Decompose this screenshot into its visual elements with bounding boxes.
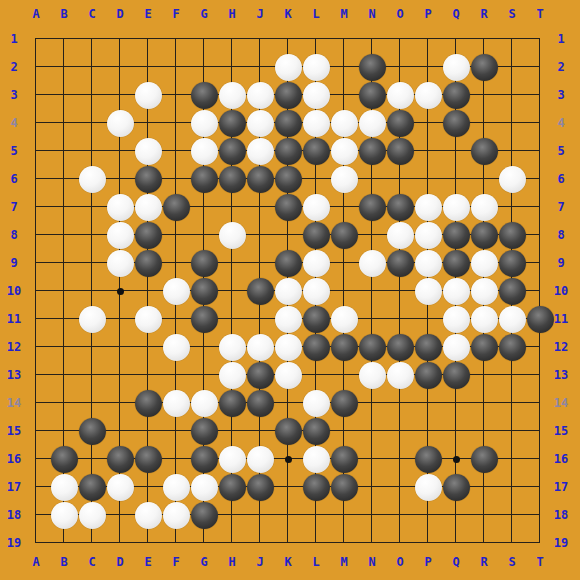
board-cell-A8[interactable]: [22, 221, 50, 249]
board-cell-S9[interactable]: [498, 249, 526, 277]
board-cell-H11[interactable]: [218, 305, 246, 333]
board-cell-A14[interactable]: [22, 389, 50, 417]
board-cell-C14[interactable]: [78, 389, 106, 417]
board-cell-F3[interactable]: [162, 81, 190, 109]
board-cell-T13[interactable]: [526, 361, 554, 389]
board-cell-R2[interactable]: [470, 53, 498, 81]
board-cell-B2[interactable]: [50, 53, 78, 81]
board-cell-E2[interactable]: [134, 53, 162, 81]
board-cell-J6[interactable]: [246, 165, 274, 193]
board-cell-J12[interactable]: [246, 333, 274, 361]
board-cell-L2[interactable]: [302, 53, 330, 81]
board-cell-K13[interactable]: [274, 361, 302, 389]
board-cell-A6[interactable]: [22, 165, 50, 193]
board-cell-F6[interactable]: [162, 165, 190, 193]
board-cell-A9[interactable]: [22, 249, 50, 277]
board-cell-D17[interactable]: [106, 473, 134, 501]
board-cell-A4[interactable]: [22, 109, 50, 137]
board-cell-T15[interactable]: [526, 417, 554, 445]
board-cell-T1[interactable]: [526, 25, 554, 53]
board-cell-T11[interactable]: [526, 305, 554, 333]
board-cell-J11[interactable]: [246, 305, 274, 333]
board-cell-D6[interactable]: [106, 165, 134, 193]
board-cell-K7[interactable]: [274, 193, 302, 221]
board-cell-N5[interactable]: [358, 137, 386, 165]
board-cell-G10[interactable]: [190, 277, 218, 305]
board-cell-K12[interactable]: [274, 333, 302, 361]
board-cell-N18[interactable]: [358, 501, 386, 529]
board-cell-D14[interactable]: [106, 389, 134, 417]
board-cell-O7[interactable]: [386, 193, 414, 221]
board-cell-P6[interactable]: [414, 165, 442, 193]
board-cell-G16[interactable]: [190, 445, 218, 473]
board-cell-O2[interactable]: [386, 53, 414, 81]
board-cell-G9[interactable]: [190, 249, 218, 277]
board-cell-E18[interactable]: [134, 501, 162, 529]
board-cell-A7[interactable]: [22, 193, 50, 221]
board-cell-T3[interactable]: [526, 81, 554, 109]
board-cell-K9[interactable]: [274, 249, 302, 277]
board-cell-E12[interactable]: [134, 333, 162, 361]
board-cell-J2[interactable]: [246, 53, 274, 81]
board-cell-R15[interactable]: [470, 417, 498, 445]
board-cell-T12[interactable]: [526, 333, 554, 361]
board-cell-J17[interactable]: [246, 473, 274, 501]
board-cell-L16[interactable]: [302, 445, 330, 473]
board-cell-O12[interactable]: [386, 333, 414, 361]
board-cell-P12[interactable]: [414, 333, 442, 361]
board-cell-A11[interactable]: [22, 305, 50, 333]
board-cell-C15[interactable]: [78, 417, 106, 445]
board-cell-D8[interactable]: [106, 221, 134, 249]
board-cell-C13[interactable]: [78, 361, 106, 389]
board-cell-E3[interactable]: [134, 81, 162, 109]
board-cell-T8[interactable]: [526, 221, 554, 249]
board-cell-Q17[interactable]: [442, 473, 470, 501]
board-cell-G3[interactable]: [190, 81, 218, 109]
board-cell-L3[interactable]: [302, 81, 330, 109]
board-cell-O3[interactable]: [386, 81, 414, 109]
board-cell-Q10[interactable]: [442, 277, 470, 305]
board-cell-C7[interactable]: [78, 193, 106, 221]
board-cell-B1[interactable]: [50, 25, 78, 53]
board-cell-L17[interactable]: [302, 473, 330, 501]
board-cell-L6[interactable]: [302, 165, 330, 193]
board-cell-A2[interactable]: [22, 53, 50, 81]
board-cell-G15[interactable]: [190, 417, 218, 445]
board-cell-R4[interactable]: [470, 109, 498, 137]
board-cell-K10[interactable]: [274, 277, 302, 305]
board-cell-B18[interactable]: [50, 501, 78, 529]
board-cell-G6[interactable]: [190, 165, 218, 193]
board-cell-A1[interactable]: [22, 25, 50, 53]
board-cell-T9[interactable]: [526, 249, 554, 277]
board-cell-L18[interactable]: [302, 501, 330, 529]
board-cell-P15[interactable]: [414, 417, 442, 445]
board-cell-E17[interactable]: [134, 473, 162, 501]
board-cell-K18[interactable]: [274, 501, 302, 529]
board-cell-L11[interactable]: [302, 305, 330, 333]
board-cell-S13[interactable]: [498, 361, 526, 389]
board-cell-B12[interactable]: [50, 333, 78, 361]
board-cell-T18[interactable]: [526, 501, 554, 529]
board-cell-H1[interactable]: [218, 25, 246, 53]
board-cell-H10[interactable]: [218, 277, 246, 305]
board-cell-K11[interactable]: [274, 305, 302, 333]
board-cell-D18[interactable]: [106, 501, 134, 529]
board-cell-H16[interactable]: [218, 445, 246, 473]
board-cell-P10[interactable]: [414, 277, 442, 305]
board-cell-T5[interactable]: [526, 137, 554, 165]
board-cell-T7[interactable]: [526, 193, 554, 221]
board-cell-P5[interactable]: [414, 137, 442, 165]
board-cell-B7[interactable]: [50, 193, 78, 221]
board-cell-F15[interactable]: [162, 417, 190, 445]
board-cell-A13[interactable]: [22, 361, 50, 389]
board-cell-N16[interactable]: [358, 445, 386, 473]
board-cell-F18[interactable]: [162, 501, 190, 529]
board-cell-B9[interactable]: [50, 249, 78, 277]
board-cell-N6[interactable]: [358, 165, 386, 193]
board-cell-F1[interactable]: [162, 25, 190, 53]
board-cell-Q5[interactable]: [442, 137, 470, 165]
board-cell-E13[interactable]: [134, 361, 162, 389]
board-cell-M5[interactable]: [330, 137, 358, 165]
board-cell-M16[interactable]: [330, 445, 358, 473]
board-cell-P8[interactable]: [414, 221, 442, 249]
board-cell-B3[interactable]: [50, 81, 78, 109]
board-cell-E10[interactable]: [134, 277, 162, 305]
board-cell-S5[interactable]: [498, 137, 526, 165]
board-cell-H4[interactable]: [218, 109, 246, 137]
board-cell-H18[interactable]: [218, 501, 246, 529]
board-cell-S7[interactable]: [498, 193, 526, 221]
board-cell-Q13[interactable]: [442, 361, 470, 389]
board-cell-P9[interactable]: [414, 249, 442, 277]
board-cell-C11[interactable]: [78, 305, 106, 333]
board-cell-R13[interactable]: [470, 361, 498, 389]
board-cell-Q7[interactable]: [442, 193, 470, 221]
board-cell-P14[interactable]: [414, 389, 442, 417]
board-cell-M9[interactable]: [330, 249, 358, 277]
board-cell-J16[interactable]: [246, 445, 274, 473]
board-cell-E1[interactable]: [134, 25, 162, 53]
board-cell-B16[interactable]: [50, 445, 78, 473]
board-cell-G12[interactable]: [190, 333, 218, 361]
board-cell-D1[interactable]: [106, 25, 134, 53]
board-cell-J4[interactable]: [246, 109, 274, 137]
board-cell-F9[interactable]: [162, 249, 190, 277]
board-cell-G18[interactable]: [190, 501, 218, 529]
board-cell-H5[interactable]: [218, 137, 246, 165]
board-cell-R8[interactable]: [470, 221, 498, 249]
board-cell-S1[interactable]: [498, 25, 526, 53]
board-cell-R7[interactable]: [470, 193, 498, 221]
board-cell-C4[interactable]: [78, 109, 106, 137]
board-cell-N17[interactable]: [358, 473, 386, 501]
board-cell-F8[interactable]: [162, 221, 190, 249]
board-cell-E14[interactable]: [134, 389, 162, 417]
board-cell-G2[interactable]: [190, 53, 218, 81]
board-cell-O1[interactable]: [386, 25, 414, 53]
board-cell-K5[interactable]: [274, 137, 302, 165]
board-cell-R12[interactable]: [470, 333, 498, 361]
board-cell-H14[interactable]: [218, 389, 246, 417]
board-cell-N15[interactable]: [358, 417, 386, 445]
board-cell-K17[interactable]: [274, 473, 302, 501]
board-cell-J1[interactable]: [246, 25, 274, 53]
board-cell-F17[interactable]: [162, 473, 190, 501]
board-cell-R5[interactable]: [470, 137, 498, 165]
board-cell-A12[interactable]: [22, 333, 50, 361]
board-cell-D10[interactable]: [106, 277, 134, 305]
board-cell-T14[interactable]: [526, 389, 554, 417]
board-cell-D9[interactable]: [106, 249, 134, 277]
board-cell-P1[interactable]: [414, 25, 442, 53]
board-cell-C5[interactable]: [78, 137, 106, 165]
board-cell-D3[interactable]: [106, 81, 134, 109]
board-cell-L14[interactable]: [302, 389, 330, 417]
board-cell-K15[interactable]: [274, 417, 302, 445]
board-cell-R1[interactable]: [470, 25, 498, 53]
board-cell-O6[interactable]: [386, 165, 414, 193]
board-cell-J7[interactable]: [246, 193, 274, 221]
board-cell-F14[interactable]: [162, 389, 190, 417]
board-cell-F5[interactable]: [162, 137, 190, 165]
board-cell-H8[interactable]: [218, 221, 246, 249]
board-cell-F13[interactable]: [162, 361, 190, 389]
board-cell-F16[interactable]: [162, 445, 190, 473]
board-cell-R9[interactable]: [470, 249, 498, 277]
board-cell-S8[interactable]: [498, 221, 526, 249]
board-cell-M15[interactable]: [330, 417, 358, 445]
board-cell-Q4[interactable]: [442, 109, 470, 137]
board-cell-Q15[interactable]: [442, 417, 470, 445]
board-cell-P16[interactable]: [414, 445, 442, 473]
board-cell-D12[interactable]: [106, 333, 134, 361]
board-cell-K2[interactable]: [274, 53, 302, 81]
board-cell-C1[interactable]: [78, 25, 106, 53]
board-cell-H15[interactable]: [218, 417, 246, 445]
board-cell-S4[interactable]: [498, 109, 526, 137]
board-cell-H6[interactable]: [218, 165, 246, 193]
board-cell-Q14[interactable]: [442, 389, 470, 417]
board-cell-E15[interactable]: [134, 417, 162, 445]
board-cell-T17[interactable]: [526, 473, 554, 501]
board-cell-L8[interactable]: [302, 221, 330, 249]
board-cell-G11[interactable]: [190, 305, 218, 333]
board-cell-M4[interactable]: [330, 109, 358, 137]
board-cell-L4[interactable]: [302, 109, 330, 137]
board-cell-N4[interactable]: [358, 109, 386, 137]
board-cell-D11[interactable]: [106, 305, 134, 333]
board-cell-F4[interactable]: [162, 109, 190, 137]
board-cell-Q1[interactable]: [442, 25, 470, 53]
board-cell-D15[interactable]: [106, 417, 134, 445]
board-cell-R11[interactable]: [470, 305, 498, 333]
board-cell-M18[interactable]: [330, 501, 358, 529]
board-cell-G7[interactable]: [190, 193, 218, 221]
board-cell-N14[interactable]: [358, 389, 386, 417]
board-cell-A10[interactable]: [22, 277, 50, 305]
board-cell-R18[interactable]: [470, 501, 498, 529]
board-cell-M1[interactable]: [330, 25, 358, 53]
board-cell-F2[interactable]: [162, 53, 190, 81]
board-cell-G5[interactable]: [190, 137, 218, 165]
board-cell-J14[interactable]: [246, 389, 274, 417]
board-cell-N13[interactable]: [358, 361, 386, 389]
board-cell-D7[interactable]: [106, 193, 134, 221]
board-cell-S18[interactable]: [498, 501, 526, 529]
board-cell-D13[interactable]: [106, 361, 134, 389]
board-cell-G8[interactable]: [190, 221, 218, 249]
board-cell-N1[interactable]: [358, 25, 386, 53]
board-cell-O10[interactable]: [386, 277, 414, 305]
board-cell-M14[interactable]: [330, 389, 358, 417]
board-cell-G17[interactable]: [190, 473, 218, 501]
board-cell-O5[interactable]: [386, 137, 414, 165]
board-cell-M6[interactable]: [330, 165, 358, 193]
board-cell-B11[interactable]: [50, 305, 78, 333]
board-cell-A5[interactable]: [22, 137, 50, 165]
board-cell-H12[interactable]: [218, 333, 246, 361]
board-cell-K14[interactable]: [274, 389, 302, 417]
board-cell-A17[interactable]: [22, 473, 50, 501]
board-cell-M7[interactable]: [330, 193, 358, 221]
board-cell-C10[interactable]: [78, 277, 106, 305]
board-cell-C12[interactable]: [78, 333, 106, 361]
board-cell-B14[interactable]: [50, 389, 78, 417]
board-cell-L13[interactable]: [302, 361, 330, 389]
board-cell-O13[interactable]: [386, 361, 414, 389]
board-cell-N12[interactable]: [358, 333, 386, 361]
board-cell-K16[interactable]: [274, 445, 302, 473]
board-cell-E16[interactable]: [134, 445, 162, 473]
board-cell-B15[interactable]: [50, 417, 78, 445]
board-cell-S6[interactable]: [498, 165, 526, 193]
board-cell-R17[interactable]: [470, 473, 498, 501]
board-cell-B8[interactable]: [50, 221, 78, 249]
board-cell-G4[interactable]: [190, 109, 218, 137]
board-cell-T10[interactable]: [526, 277, 554, 305]
board-cell-M8[interactable]: [330, 221, 358, 249]
board-cell-K6[interactable]: [274, 165, 302, 193]
board-cell-L12[interactable]: [302, 333, 330, 361]
board-cell-N11[interactable]: [358, 305, 386, 333]
board-cell-T6[interactable]: [526, 165, 554, 193]
board-cell-H2[interactable]: [218, 53, 246, 81]
board-cell-B10[interactable]: [50, 277, 78, 305]
board-cell-J13[interactable]: [246, 361, 274, 389]
board-cell-G14[interactable]: [190, 389, 218, 417]
board-cell-E6[interactable]: [134, 165, 162, 193]
board-cell-C3[interactable]: [78, 81, 106, 109]
board-cell-L9[interactable]: [302, 249, 330, 277]
board-cell-L5[interactable]: [302, 137, 330, 165]
board-cell-F12[interactable]: [162, 333, 190, 361]
board-cell-J15[interactable]: [246, 417, 274, 445]
board-cell-O14[interactable]: [386, 389, 414, 417]
board-cell-N3[interactable]: [358, 81, 386, 109]
board-cell-K4[interactable]: [274, 109, 302, 137]
board-cell-N8[interactable]: [358, 221, 386, 249]
board-cell-B6[interactable]: [50, 165, 78, 193]
board-cell-N2[interactable]: [358, 53, 386, 81]
board-cell-A16[interactable]: [22, 445, 50, 473]
board-cell-L7[interactable]: [302, 193, 330, 221]
board-cell-R16[interactable]: [470, 445, 498, 473]
board-cell-Q12[interactable]: [442, 333, 470, 361]
board-cell-E7[interactable]: [134, 193, 162, 221]
board-cell-Q16[interactable]: [442, 445, 470, 473]
board-cell-C18[interactable]: [78, 501, 106, 529]
board-cell-F11[interactable]: [162, 305, 190, 333]
board-cell-O15[interactable]: [386, 417, 414, 445]
board-cell-A18[interactable]: [22, 501, 50, 529]
board-cell-R6[interactable]: [470, 165, 498, 193]
board-cell-O4[interactable]: [386, 109, 414, 137]
board-cell-M17[interactable]: [330, 473, 358, 501]
board-cell-O11[interactable]: [386, 305, 414, 333]
board-cell-D5[interactable]: [106, 137, 134, 165]
board-cell-D2[interactable]: [106, 53, 134, 81]
board-cell-R3[interactable]: [470, 81, 498, 109]
board-cell-L1[interactable]: [302, 25, 330, 53]
board-cell-T4[interactable]: [526, 109, 554, 137]
board-cell-E5[interactable]: [134, 137, 162, 165]
board-cell-O8[interactable]: [386, 221, 414, 249]
board-cell-Q2[interactable]: [442, 53, 470, 81]
board-cell-B13[interactable]: [50, 361, 78, 389]
board-cell-B17[interactable]: [50, 473, 78, 501]
board-cell-J10[interactable]: [246, 277, 274, 305]
board-cell-S2[interactable]: [498, 53, 526, 81]
board-cell-S10[interactable]: [498, 277, 526, 305]
board-cell-M12[interactable]: [330, 333, 358, 361]
board-cell-C8[interactable]: [78, 221, 106, 249]
board-cell-J3[interactable]: [246, 81, 274, 109]
board-cell-N7[interactable]: [358, 193, 386, 221]
board-cell-Q6[interactable]: [442, 165, 470, 193]
board-cell-K3[interactable]: [274, 81, 302, 109]
board-cell-J18[interactable]: [246, 501, 274, 529]
board-cell-K8[interactable]: [274, 221, 302, 249]
board-cell-B5[interactable]: [50, 137, 78, 165]
board-cell-N9[interactable]: [358, 249, 386, 277]
board-cell-H7[interactable]: [218, 193, 246, 221]
board-cell-R10[interactable]: [470, 277, 498, 305]
board-cell-R14[interactable]: [470, 389, 498, 417]
board-cell-C2[interactable]: [78, 53, 106, 81]
board-cell-P11[interactable]: [414, 305, 442, 333]
board-cell-L15[interactable]: [302, 417, 330, 445]
board-cell-A15[interactable]: [22, 417, 50, 445]
board-cell-E4[interactable]: [134, 109, 162, 137]
board-cell-S3[interactable]: [498, 81, 526, 109]
board-cell-H9[interactable]: [218, 249, 246, 277]
board-cell-S11[interactable]: [498, 305, 526, 333]
board-cell-C16[interactable]: [78, 445, 106, 473]
board-cell-P3[interactable]: [414, 81, 442, 109]
board-cell-C17[interactable]: [78, 473, 106, 501]
board-cell-P2[interactable]: [414, 53, 442, 81]
board-cell-P4[interactable]: [414, 109, 442, 137]
board-cell-N10[interactable]: [358, 277, 386, 305]
board-cell-E11[interactable]: [134, 305, 162, 333]
board-cell-D16[interactable]: [106, 445, 134, 473]
board-cell-Q18[interactable]: [442, 501, 470, 529]
board-cell-M2[interactable]: [330, 53, 358, 81]
